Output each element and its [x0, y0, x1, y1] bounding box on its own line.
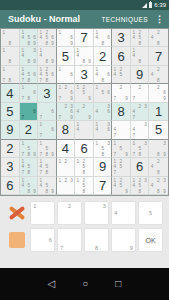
cell-r8c1[interactable]: 3 [1, 158, 20, 176]
digit-button-glyph: 9 [112, 229, 135, 251]
cell-value: 3 [38, 84, 56, 101]
input-keypad: 12345 6789OK [0, 196, 169, 268]
cell-r7c4[interactable]: 4 [57, 140, 76, 158]
battery-icon [149, 2, 152, 8]
pencil-marks: 178 [1, 66, 19, 83]
techniques-button[interactable]: TECHNIQUES [101, 16, 148, 23]
pencil-marks: 145678 [20, 66, 38, 83]
pencil-marks: 1468 [94, 66, 112, 83]
cell-value: 5 [57, 47, 75, 64]
pencil-marks: 248 [149, 29, 168, 46]
digit-button-glyph: 4 [112, 202, 135, 224]
keypad-row-1: 12345 [5, 202, 169, 224]
cell-value: 9 [94, 158, 112, 175]
digit-button-5[interactable]: 5 [139, 202, 162, 224]
cell-r4c6[interactable]: 156 [94, 84, 113, 102]
digit-button-glyph: 5 [139, 202, 162, 224]
cell-r4c2[interactable]: 1678 [20, 84, 39, 102]
cell-value: 7 [94, 177, 112, 194]
cell-r2c9[interactable]: 7 [149, 47, 168, 65]
cell-r7c8[interactable]: 13578 [131, 140, 150, 158]
cell-r5c2[interactable]: 67 [20, 103, 39, 121]
cell-r9c4[interactable]: 123 [57, 177, 76, 195]
home-icon[interactable]: ○ [82, 279, 88, 289]
pencil-marks: 16 [57, 66, 75, 83]
cell-r9c6[interactable]: 7 [94, 177, 113, 195]
cell-value: 2 [94, 47, 112, 64]
cell-r3c1[interactable]: 178 [1, 66, 20, 84]
cell-r5c4[interactable]: 23679 [57, 103, 76, 121]
pencil-marks: 14589 [38, 177, 56, 194]
cell-r8c5[interactable]: 1258 [75, 158, 94, 176]
cell-r3c9[interactable]: 248 [149, 66, 168, 84]
status-bar: 6:39 [0, 0, 169, 10]
pencil-marks: 18 [1, 29, 19, 46]
digit-button-8[interactable]: 8 [85, 229, 108, 251]
cell-value: 9 [131, 66, 149, 83]
cell-r3c8[interactable]: 9 [131, 66, 150, 84]
cell-value: 6 [112, 47, 130, 64]
cell-r4c4[interactable]: 12679 [57, 84, 76, 102]
page-title: Sudoku - Normal [8, 14, 101, 24]
pencil-marks: 389 [149, 140, 168, 157]
cell-r9c2[interactable]: 14589 [20, 177, 39, 195]
cell-value: 6 [75, 140, 93, 157]
cell-r5c3[interactable]: 67 [38, 103, 57, 121]
pencil-marks: 249 [75, 103, 93, 120]
cell-r3c2[interactable]: 145678 [20, 66, 39, 84]
pencil-marks: 1245689 [38, 29, 56, 46]
cell-value: 6 [1, 177, 19, 194]
overflow-menu-icon[interactable]: ⋮ [155, 15, 164, 24]
cell-r9c5[interactable]: 1258 [75, 177, 94, 195]
cell-r1c3[interactable]: 1245689 [38, 29, 57, 47]
digit-button-2[interactable]: 2 [58, 202, 81, 224]
cell-r8c2[interactable]: 14578 [20, 158, 39, 176]
cell-r3c3[interactable]: 1245678 [38, 66, 57, 84]
cell-r7c2[interactable]: 15789 [20, 140, 39, 158]
pencil-marks: 123 [57, 177, 75, 194]
cell-value: 6 [131, 158, 149, 175]
pencil-marks: 248 [149, 66, 168, 83]
pencil-marks: 13489 [20, 47, 38, 64]
pencil-marks: 1358 [94, 140, 112, 157]
cell-r5c9[interactable]: 1 [149, 103, 168, 121]
cell-r6c4[interactable]: 8 [57, 121, 76, 139]
cell-r3c4[interactable]: 16 [57, 66, 76, 84]
cell-r5c5[interactable]: 249 [75, 103, 94, 121]
cell-r8c7[interactable]: 12457 [112, 158, 131, 176]
pencil-marks: 269 [149, 84, 168, 101]
cell-value: 4 [1, 84, 19, 101]
cell-r1c2[interactable]: 145689 [20, 29, 39, 47]
cell-r6c1[interactable]: 9 [1, 121, 20, 139]
sudoku-board: 1814568912456891697146831245824818134891… [0, 28, 169, 196]
sudoku-app-screen: 6:39 Sudoku - Normal TECHNIQUES ⋮ 181456… [0, 0, 169, 300]
pencil-marks: 12679 [57, 84, 75, 101]
pencil-marks: 14578 [38, 158, 56, 175]
pencil-marks: 12459 [112, 177, 130, 194]
recent-apps-icon[interactable]: □ [115, 279, 121, 289]
cell-value: 7 [149, 47, 168, 64]
pencil-marks: 1678 [20, 84, 38, 101]
cell-value: 8 [112, 103, 130, 120]
digit-button-7[interactable]: 7 [58, 229, 81, 251]
cell-value: 4 [57, 140, 75, 157]
cell-r2c4[interactable]: 5 [57, 47, 76, 65]
cell-r4c3[interactable]: 3 [38, 84, 57, 102]
cell-r8c4[interactable]: 12 [57, 158, 76, 176]
cell-r6c2[interactable]: 2 [20, 121, 39, 139]
pencil-marks: 12457 [112, 158, 130, 175]
pencil-marks: 1245678 [38, 66, 56, 83]
cell-r5c1[interactable]: 5 [1, 103, 20, 121]
pencil-marks: 27 [131, 84, 149, 101]
cell-r6c9[interactable]: 5 [149, 121, 168, 139]
cell-r9c8[interactable]: 123458 [131, 177, 150, 195]
cell-r1c8[interactable]: 12458 [131, 29, 150, 47]
pencil-marks: 1579 [112, 140, 130, 157]
color-swatch-button[interactable] [5, 229, 29, 251]
cell-r5c7[interactable]: 8 [112, 103, 131, 121]
cell-r8c8[interactable]: 6 [131, 158, 150, 176]
cell-r3c6[interactable]: 1468 [94, 66, 113, 84]
pencil-marks: 14 [75, 121, 93, 138]
pencil-marks: 1258 [75, 158, 93, 175]
pencil-marks: 167 [38, 121, 56, 138]
cell-value: 5 [149, 121, 168, 138]
cell-value: 3 [1, 158, 19, 175]
cell-r9c1[interactable]: 6 [1, 177, 20, 195]
cell-value: 5 [1, 103, 19, 120]
keypad-row-2: 6789OK [5, 229, 169, 251]
digit-button-1[interactable]: 1 [31, 202, 54, 224]
cell-r9c3[interactable]: 14589 [38, 177, 57, 195]
cell-r1c4[interactable]: 169 [57, 29, 76, 47]
pencil-marks: 23679 [57, 103, 75, 120]
pencil-marks: 1259 [75, 84, 93, 101]
digit-button-glyph: 6 [31, 229, 54, 251]
cell-value: 2 [1, 140, 19, 157]
back-icon[interactable]: ◁ [48, 279, 56, 289]
pencil-marks: 1489 [38, 47, 56, 64]
digit-button-glyph: 1 [31, 202, 54, 224]
cell-value: 3 [112, 29, 130, 46]
pencil-marks: 2347 [131, 103, 149, 120]
pencil-marks: 67 [20, 103, 38, 120]
cell-r1c9[interactable]: 248 [149, 29, 168, 47]
cell-r5c8[interactable]: 2347 [131, 103, 150, 121]
pencil-marks: 18 [1, 47, 19, 64]
cell-value: 3 [75, 66, 93, 83]
ok-button[interactable]: OK [139, 229, 162, 251]
app-bar: Sudoku - Normal TECHNIQUES ⋮ [0, 10, 169, 28]
pencil-marks: 14578 [20, 158, 38, 175]
cell-r6c5[interactable]: 14 [75, 121, 94, 139]
digit-button-glyph: 8 [85, 229, 108, 251]
cell-r3c7[interactable]: 1245 [112, 66, 131, 84]
pencil-marks: 15789 [38, 140, 56, 157]
cell-value: 1 [149, 103, 168, 120]
pencil-marks: 13578 [131, 140, 149, 157]
cell-r2c8[interactable]: 148 [131, 47, 150, 65]
cell-r7c7[interactable]: 1579 [112, 140, 131, 158]
cell-r2c2[interactable]: 13489 [20, 47, 39, 65]
pencil-marks: 15789 [20, 140, 38, 157]
pencil-marks: 248 [149, 158, 168, 175]
cell-r8c3[interactable]: 14578 [38, 158, 57, 176]
digit-button-4[interactable]: 4 [112, 202, 135, 224]
cell-r7c5[interactable]: 6 [75, 140, 94, 158]
pencil-marks: 14589 [20, 177, 38, 194]
cell-r4c9[interactable]: 269 [149, 84, 168, 102]
cell-r1c5[interactable]: 7 [75, 29, 94, 47]
cell-r8c9[interactable]: 248 [149, 158, 168, 176]
cell-r2c7[interactable]: 6 [112, 47, 131, 65]
pencil-marks: 169 [57, 29, 75, 46]
cell-r3c5[interactable]: 3 [75, 66, 94, 84]
cell-r2c1[interactable]: 18 [1, 47, 20, 65]
cell-r4c8[interactable]: 27 [131, 84, 150, 102]
digit-button-3[interactable]: 3 [85, 202, 108, 224]
cell-r4c5[interactable]: 1259 [75, 84, 94, 102]
cell-r6c3[interactable]: 167 [38, 121, 57, 139]
pencil-marks: 156 [94, 84, 112, 101]
cell-r1c1[interactable]: 18 [1, 29, 20, 47]
cell-r7c1[interactable]: 2 [1, 140, 20, 158]
pencil-mode-button[interactable] [5, 202, 29, 224]
pencil-marks: 145689 [20, 29, 38, 46]
cell-r7c3[interactable]: 15789 [38, 140, 57, 158]
digit-button-glyph: 7 [58, 229, 81, 251]
crossed-pencils-icon [7, 204, 27, 222]
pencil-marks: 347 [131, 121, 149, 138]
cell-value: 7 [75, 29, 93, 46]
pencil-marks: 123458 [131, 177, 149, 194]
cell-r6c6[interactable]: 1346 [94, 121, 113, 139]
cell-r5c6[interactable]: 346 [94, 103, 113, 121]
digit-button-9[interactable]: 9 [112, 229, 135, 251]
cell-r4c7[interactable]: 279 [112, 84, 131, 102]
pencil-marks: 279 [112, 84, 130, 101]
cell-r6c7[interactable]: 47 [112, 121, 131, 139]
cell-r8c6[interactable]: 9 [94, 158, 113, 176]
android-nav-bar: ◁ ○ □ [0, 268, 169, 300]
pencil-marks: 23489 [149, 177, 168, 194]
pencil-marks: 1489 [75, 47, 93, 64]
pencil-marks: 12 [57, 158, 75, 175]
pencil-marks: 1346 [94, 121, 112, 138]
cell-r9c7[interactable]: 12459 [112, 177, 131, 195]
pencil-marks: 1245 [112, 66, 130, 83]
cell-r1c7[interactable]: 3 [112, 29, 131, 47]
pencil-marks: 47 [112, 121, 130, 138]
pencil-marks: 148 [131, 47, 149, 64]
status-time: 6:39 [154, 0, 166, 10]
pencil-marks: 67 [38, 103, 56, 120]
pencil-marks: 346 [94, 103, 112, 120]
cell-r7c6[interactable]: 1358 [94, 140, 113, 158]
pencil-marks: 12458 [131, 29, 149, 46]
cell-r4c1[interactable]: 4 [1, 84, 20, 102]
cell-r2c5[interactable]: 1489 [75, 47, 94, 65]
cell-value: 8 [57, 121, 75, 138]
digit-button-glyph: 3 [85, 202, 108, 224]
cell-r9c9[interactable]: 23489 [149, 177, 168, 195]
digit-button-glyph: 2 [58, 202, 81, 224]
signal-icon [142, 3, 147, 8]
cell-r6c8[interactable]: 347 [131, 121, 150, 139]
cell-value: 9 [1, 121, 19, 138]
cell-r1c6[interactable]: 1468 [94, 29, 113, 47]
pencil-marks: 1468 [94, 29, 112, 46]
cell-r2c3[interactable]: 1489 [38, 47, 57, 65]
pencil-marks: 1258 [75, 177, 93, 194]
orange-swatch [9, 232, 25, 248]
cell-r2c6[interactable]: 2 [94, 47, 113, 65]
cell-value: 2 [20, 121, 38, 138]
digit-button-6[interactable]: 6 [31, 229, 54, 251]
cell-r7c9[interactable]: 389 [149, 140, 168, 158]
